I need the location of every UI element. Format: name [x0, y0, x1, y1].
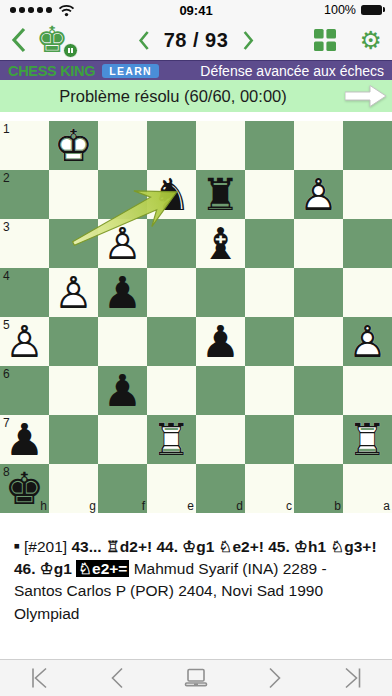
square-f5[interactable] [98, 317, 147, 366]
board-view-button[interactable] [174, 663, 218, 693]
square-c8[interactable]: c [245, 464, 294, 513]
file-label-g: g [89, 500, 96, 512]
settings-gear-icon[interactable]: ⚙ [360, 28, 382, 53]
annotation-segment-0: [#201] [20, 537, 72, 554]
white-rook[interactable]: ♜♖ [343, 415, 392, 464]
go-next-button[interactable] [252, 663, 296, 693]
black-knight[interactable]: ♞ [147, 170, 196, 219]
square-c1[interactable] [245, 121, 294, 170]
square-a1[interactable] [343, 121, 392, 170]
chess-king-logo[interactable]: ♚ [36, 21, 76, 59]
square-c4[interactable] [245, 268, 294, 317]
square-b4[interactable] [294, 268, 343, 317]
square-b1[interactable] [294, 121, 343, 170]
square-a2[interactable] [343, 170, 392, 219]
square-f6[interactable]: ♟ [98, 366, 147, 415]
square-h7[interactable]: 7♟ [0, 415, 49, 464]
square-g1[interactable]: ♚♔ [49, 121, 98, 170]
square-c3[interactable] [245, 219, 294, 268]
white-pawn[interactable]: ♟♙ [294, 170, 343, 219]
rank-label-4: 4 [3, 270, 10, 282]
pause-badge-icon [63, 43, 78, 58]
square-a8[interactable]: a [343, 464, 392, 513]
course-title: Défense avancée aux échecs [200, 63, 384, 79]
learn-badge: LEARN [102, 64, 159, 78]
square-f2[interactable] [98, 170, 147, 219]
move-annotation: ■ [#201] 43... ♖d2+! 44. ♔g1 ♘e2+! 45. ♔… [0, 529, 392, 626]
black-pawn[interactable]: ♟ [98, 268, 147, 317]
square-a6[interactable] [343, 366, 392, 415]
square-c7[interactable] [245, 415, 294, 464]
rank-label-1: 1 [3, 123, 10, 135]
chess-board: 1♚♔2♞♜♟♙3♟♙♝4♟♙♟5♟♙♟♟♙6♟7♟♜♖♜♖8h♚gfedcba [0, 121, 392, 513]
rank-label-7: 7 [3, 417, 10, 429]
white-pawn[interactable]: ♟♙ [49, 268, 98, 317]
square-c5[interactable] [245, 317, 294, 366]
next-step-arrow-icon[interactable] [345, 83, 387, 109]
next-puzzle-chevron[interactable] [241, 30, 254, 51]
square-h2[interactable]: 2 [0, 170, 49, 219]
white-king[interactable]: ♚♔ [49, 121, 98, 170]
white-pawn[interactable]: ♟♙ [343, 317, 392, 366]
square-f4[interactable]: ♟ [98, 268, 147, 317]
square-e1[interactable] [147, 121, 196, 170]
rank-label-5: 5 [3, 319, 10, 331]
square-h4[interactable]: 4 [0, 268, 49, 317]
black-rook[interactable]: ♜ [196, 170, 245, 219]
nav-bar: ♚ 78 / 93 ⚙ [0, 20, 392, 60]
square-c2[interactable] [245, 170, 294, 219]
square-b2[interactable]: ♟♙ [294, 170, 343, 219]
square-e4[interactable] [147, 268, 196, 317]
file-label-b: b [334, 500, 341, 512]
square-g5[interactable] [49, 317, 98, 366]
square-d8[interactable]: d [196, 464, 245, 513]
file-label-e: e [187, 500, 194, 512]
rank-label-8: 8 [3, 466, 10, 478]
go-previous-button[interactable] [96, 663, 140, 693]
result-banner: Problème résolu (60/60, 00:00) [0, 80, 392, 112]
square-h3[interactable]: 3 [0, 219, 49, 268]
square-f1[interactable] [98, 121, 147, 170]
square-d7[interactable] [196, 415, 245, 464]
square-a4[interactable] [343, 268, 392, 317]
square-f3[interactable]: ♟♙ [98, 219, 147, 268]
square-b8[interactable]: b [294, 464, 343, 513]
previous-puzzle-chevron[interactable] [138, 30, 151, 51]
square-e3[interactable] [147, 219, 196, 268]
bottom-toolbar [0, 659, 392, 696]
square-g2[interactable] [49, 170, 98, 219]
file-label-c: c [286, 500, 292, 512]
rank-label-3: 3 [3, 221, 10, 233]
app-name-label: CHESS KING [8, 63, 95, 79]
file-label-a: a [383, 500, 390, 512]
square-g8[interactable]: g [49, 464, 98, 513]
square-f7[interactable] [98, 415, 147, 464]
square-h5[interactable]: 5♟♙ [0, 317, 49, 366]
result-text: Problème résolu (60/60, 00:00) [0, 80, 346, 112]
square-b6[interactable] [294, 366, 343, 415]
black-bishop[interactable]: ♝ [196, 219, 245, 268]
square-d3[interactable]: ♝ [196, 219, 245, 268]
square-g4[interactable]: ♟♙ [49, 268, 98, 317]
square-b5[interactable] [294, 317, 343, 366]
square-g6[interactable] [49, 366, 98, 415]
square-d2[interactable]: ♜ [196, 170, 245, 219]
brand-bar: CHESS KING LEARN Défense avancée aux éch… [0, 60, 392, 80]
go-last-button[interactable] [331, 663, 375, 693]
file-label-f: f [142, 500, 145, 512]
status-bar: 09:41 100% [0, 0, 392, 20]
rank-label-6: 6 [3, 368, 10, 380]
file-label-h: h [40, 500, 47, 512]
square-b3[interactable] [294, 219, 343, 268]
battery-icon [361, 5, 382, 16]
square-e7[interactable]: ♜♖ [147, 415, 196, 464]
square-g7[interactable] [49, 415, 98, 464]
chess-king-app: 09:41 100% ♚ 78 / 93 [0, 0, 392, 696]
square-h6[interactable]: 6 [0, 366, 49, 415]
square-a3[interactable] [343, 219, 392, 268]
square-a7[interactable]: ♜♖ [343, 415, 392, 464]
square-e6[interactable] [147, 366, 196, 415]
square-e2[interactable]: ♞ [147, 170, 196, 219]
white-rook[interactable]: ♜♖ [147, 415, 196, 464]
rank-label-2: 2 [3, 172, 10, 184]
square-g3[interactable] [49, 219, 98, 268]
square-e5[interactable] [147, 317, 196, 366]
square-d6[interactable] [196, 366, 245, 415]
square-c6[interactable] [245, 366, 294, 415]
square-a5[interactable]: ♟♙ [343, 317, 392, 366]
black-pawn[interactable]: ♟ [98, 366, 147, 415]
grid-menu-icon[interactable] [314, 29, 336, 51]
clock-time: 09:41 [0, 3, 392, 18]
file-label-d: d [236, 500, 243, 512]
go-first-button[interactable] [17, 663, 61, 693]
square-d4[interactable] [196, 268, 245, 317]
square-b7[interactable] [294, 415, 343, 464]
puzzle-counter: 78 / 93 [164, 29, 229, 52]
square-e8[interactable]: e [147, 464, 196, 513]
square-f8[interactable]: f [98, 464, 147, 513]
current-move-chip[interactable]: ♘e2+= [76, 560, 129, 577]
white-pawn[interactable]: ♟♙ [98, 219, 147, 268]
square-d1[interactable] [196, 121, 245, 170]
black-pawn[interactable]: ♟ [196, 317, 245, 366]
square-d5[interactable]: ♟ [196, 317, 245, 366]
square-h1[interactable]: 1 [0, 121, 49, 170]
back-chevron-icon[interactable] [10, 26, 28, 54]
square-h8[interactable]: 8h♚ [0, 464, 49, 513]
